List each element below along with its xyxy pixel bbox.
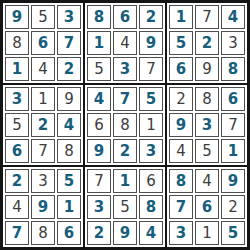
cell-r2c7[interactable]: 5	[169, 31, 193, 55]
cell-r9c6[interactable]: 4	[139, 221, 163, 245]
cell-r3c5[interactable]: 3	[113, 57, 137, 81]
box-8: 716358294	[84, 166, 166, 248]
cell-r5c7[interactable]: 9	[169, 113, 193, 137]
box-5: 475681923	[84, 84, 166, 166]
cell-r8c4[interactable]: 3	[87, 195, 111, 219]
cell-r5c1[interactable]: 5	[5, 113, 29, 137]
cell-r8c7[interactable]: 7	[169, 195, 193, 219]
box-9: 849762315	[166, 166, 248, 248]
cell-r9c1[interactable]: 7	[5, 221, 29, 245]
cell-r8c3[interactable]: 1	[57, 195, 81, 219]
cell-r8c1[interactable]: 4	[5, 195, 29, 219]
cell-r6c2[interactable]: 7	[31, 139, 55, 163]
cell-r7c8[interactable]: 4	[195, 169, 219, 193]
cell-r4c3[interactable]: 9	[57, 87, 81, 111]
cell-r4c6[interactable]: 5	[139, 87, 163, 111]
cell-r8c9[interactable]: 2	[221, 195, 245, 219]
cell-r2c1[interactable]: 8	[5, 31, 29, 55]
cell-r2c4[interactable]: 1	[87, 31, 111, 55]
cell-r5c3[interactable]: 4	[57, 113, 81, 137]
cell-r1c4[interactable]: 8	[87, 5, 111, 29]
cell-r8c5[interactable]: 5	[113, 195, 137, 219]
cell-r5c5[interactable]: 8	[113, 113, 137, 137]
cell-r9c2[interactable]: 8	[31, 221, 55, 245]
cell-r5c8[interactable]: 3	[195, 113, 219, 137]
cell-r3c8[interactable]: 9	[195, 57, 219, 81]
cell-r1c9[interactable]: 4	[221, 5, 245, 29]
cell-r6c6[interactable]: 3	[139, 139, 163, 163]
cell-r9c9[interactable]: 5	[221, 221, 245, 245]
cell-r1c1[interactable]: 9	[5, 5, 29, 29]
cell-r2c9[interactable]: 3	[221, 31, 245, 55]
cell-r5c2[interactable]: 2	[31, 113, 55, 137]
cell-r3c7[interactable]: 6	[169, 57, 193, 81]
box-4: 319524678	[2, 84, 84, 166]
box-1: 953867142	[2, 2, 84, 84]
box-6: 286937451	[166, 84, 248, 166]
cell-r2c5[interactable]: 4	[113, 31, 137, 55]
cell-r6c9[interactable]: 1	[221, 139, 245, 163]
cell-r6c1[interactable]: 6	[5, 139, 29, 163]
cell-r1c5[interactable]: 6	[113, 5, 137, 29]
cell-r3c4[interactable]: 5	[87, 57, 111, 81]
cell-r4c4[interactable]: 4	[87, 87, 111, 111]
box-3: 174523698	[166, 2, 248, 84]
cell-r7c5[interactable]: 1	[113, 169, 137, 193]
cell-r6c3[interactable]: 8	[57, 139, 81, 163]
cell-r5c6[interactable]: 1	[139, 113, 163, 137]
cell-r2c8[interactable]: 2	[195, 31, 219, 55]
cell-r4c1[interactable]: 3	[5, 87, 29, 111]
cell-r4c7[interactable]: 2	[169, 87, 193, 111]
cell-r9c3[interactable]: 6	[57, 221, 81, 245]
cell-r7c1[interactable]: 2	[5, 169, 29, 193]
cell-r4c2[interactable]: 1	[31, 87, 55, 111]
cell-r7c2[interactable]: 3	[31, 169, 55, 193]
cell-r8c8[interactable]: 6	[195, 195, 219, 219]
cell-r3c6[interactable]: 7	[139, 57, 163, 81]
cell-r1c8[interactable]: 7	[195, 5, 219, 29]
cell-r2c2[interactable]: 6	[31, 31, 55, 55]
cell-r7c6[interactable]: 6	[139, 169, 163, 193]
cell-r8c2[interactable]: 9	[31, 195, 55, 219]
cell-r9c4[interactable]: 2	[87, 221, 111, 245]
cell-r5c4[interactable]: 6	[87, 113, 111, 137]
cell-r2c3[interactable]: 7	[57, 31, 81, 55]
cell-r5c9[interactable]: 7	[221, 113, 245, 137]
cell-r6c4[interactable]: 9	[87, 139, 111, 163]
cell-r3c1[interactable]: 1	[5, 57, 29, 81]
cell-r9c7[interactable]: 3	[169, 221, 193, 245]
cell-r4c9[interactable]: 6	[221, 87, 245, 111]
cell-r4c5[interactable]: 7	[113, 87, 137, 111]
cell-r4c8[interactable]: 8	[195, 87, 219, 111]
cell-r6c5[interactable]: 2	[113, 139, 137, 163]
cell-r1c3[interactable]: 3	[57, 5, 81, 29]
cell-r7c7[interactable]: 8	[169, 169, 193, 193]
cell-r2c6[interactable]: 9	[139, 31, 163, 55]
cell-r3c9[interactable]: 8	[221, 57, 245, 81]
box-7: 235491786	[2, 166, 84, 248]
cell-r9c8[interactable]: 1	[195, 221, 219, 245]
cell-r1c6[interactable]: 2	[139, 5, 163, 29]
cell-r7c9[interactable]: 9	[221, 169, 245, 193]
box-2: 862149537	[84, 2, 166, 84]
cell-r6c7[interactable]: 4	[169, 139, 193, 163]
cell-r3c3[interactable]: 2	[57, 57, 81, 81]
cell-r1c7[interactable]: 1	[169, 5, 193, 29]
sudoku-board: 953867142 862149537 174523698 319524678 …	[0, 0, 250, 250]
cell-r1c2[interactable]: 5	[31, 5, 55, 29]
cell-r7c4[interactable]: 7	[87, 169, 111, 193]
cell-r7c3[interactable]: 5	[57, 169, 81, 193]
cell-r9c5[interactable]: 9	[113, 221, 137, 245]
cell-r8c6[interactable]: 8	[139, 195, 163, 219]
cell-r6c8[interactable]: 5	[195, 139, 219, 163]
cell-r3c2[interactable]: 4	[31, 57, 55, 81]
